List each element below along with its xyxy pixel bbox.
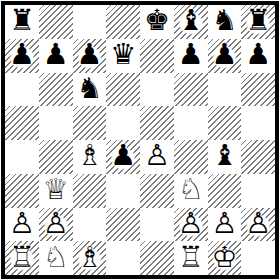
white-pawn: ♙ <box>144 141 170 170</box>
black-pawn: ♟ <box>178 40 204 69</box>
square-e8: ♚ <box>140 5 174 39</box>
square-h8: ♜ <box>241 5 275 39</box>
white-pawn: ♙ <box>211 209 237 238</box>
square-d7: ♛ <box>106 39 140 73</box>
square-d4: ♟ <box>106 140 140 174</box>
chess-board: ♜♚♝♞♜♟♟♟♛♟♟♟♞♗♟♙♝♕♘♙♙♙♙♙♖♘♗♖♔ <box>5 5 275 275</box>
square-d6 <box>106 73 140 107</box>
square-c1: ♗ <box>73 241 107 275</box>
black-knight: ♞ <box>211 6 237 35</box>
black-pawn: ♟ <box>211 40 237 69</box>
square-a4 <box>5 140 39 174</box>
square-h5 <box>241 106 275 140</box>
square-f2: ♙ <box>174 208 208 242</box>
square-e6 <box>140 73 174 107</box>
square-a1: ♖ <box>5 241 39 275</box>
square-b4 <box>39 140 73 174</box>
square-f3: ♘ <box>174 174 208 208</box>
square-c4: ♗ <box>73 140 107 174</box>
white-queen: ♕ <box>43 175 69 204</box>
square-f6 <box>174 73 208 107</box>
black-pawn: ♟ <box>9 40 35 69</box>
square-d1 <box>106 241 140 275</box>
square-a8: ♜ <box>5 5 39 39</box>
black-bishop: ♝ <box>211 141 237 170</box>
white-rook: ♖ <box>178 243 204 272</box>
square-b5 <box>39 106 73 140</box>
black-rook: ♜ <box>245 6 271 35</box>
board-frame: ♜♚♝♞♜♟♟♟♛♟♟♟♞♗♟♙♝♕♘♙♙♙♙♙♖♘♗♖♔ <box>1 1 279 279</box>
square-a6 <box>5 73 39 107</box>
square-e2 <box>140 208 174 242</box>
square-h4 <box>241 140 275 174</box>
square-c7: ♟ <box>73 39 107 73</box>
white-knight: ♘ <box>43 243 69 272</box>
black-pawn: ♟ <box>245 40 271 69</box>
square-f1: ♖ <box>174 241 208 275</box>
square-h6 <box>241 73 275 107</box>
square-e4: ♙ <box>140 140 174 174</box>
square-f4 <box>174 140 208 174</box>
diagram-stage: ♜♚♝♞♜♟♟♟♛♟♟♟♞♗♟♙♝♕♘♙♙♙♙♙♖♘♗♖♔ <box>0 0 280 280</box>
square-d5 <box>106 106 140 140</box>
square-g7: ♟ <box>208 39 242 73</box>
square-d3 <box>106 174 140 208</box>
square-b2: ♙ <box>39 208 73 242</box>
square-h2: ♙ <box>241 208 275 242</box>
white-pawn: ♙ <box>43 209 69 238</box>
square-b3: ♕ <box>39 174 73 208</box>
square-e5 <box>140 106 174 140</box>
white-king: ♔ <box>211 243 237 272</box>
square-c8 <box>73 5 107 39</box>
white-bishop: ♗ <box>76 141 102 170</box>
square-h1 <box>241 241 275 275</box>
white-pawn: ♙ <box>9 209 35 238</box>
square-a2: ♙ <box>5 208 39 242</box>
square-g5 <box>208 106 242 140</box>
square-b1: ♘ <box>39 241 73 275</box>
white-pawn: ♙ <box>178 209 204 238</box>
square-c5 <box>73 106 107 140</box>
square-f5 <box>174 106 208 140</box>
square-f7: ♟ <box>174 39 208 73</box>
black-bishop: ♝ <box>178 6 204 35</box>
black-pawn: ♟ <box>76 40 102 69</box>
square-e7 <box>140 39 174 73</box>
square-c3 <box>73 174 107 208</box>
square-a5 <box>5 106 39 140</box>
square-g6 <box>208 73 242 107</box>
white-rook: ♖ <box>9 243 35 272</box>
black-king: ♚ <box>144 6 170 35</box>
white-bishop: ♗ <box>76 243 102 272</box>
square-g2: ♙ <box>208 208 242 242</box>
square-a7: ♟ <box>5 39 39 73</box>
black-queen: ♛ <box>110 40 136 69</box>
square-b6 <box>39 73 73 107</box>
square-b7: ♟ <box>39 39 73 73</box>
black-pawn: ♟ <box>110 141 136 170</box>
square-e1 <box>140 241 174 275</box>
black-pawn: ♟ <box>43 40 69 69</box>
square-d2 <box>106 208 140 242</box>
square-g8: ♞ <box>208 5 242 39</box>
black-rook: ♜ <box>9 6 35 35</box>
black-knight: ♞ <box>76 74 102 103</box>
square-a3 <box>5 174 39 208</box>
square-c2 <box>73 208 107 242</box>
square-g4: ♝ <box>208 140 242 174</box>
white-pawn: ♙ <box>245 209 271 238</box>
square-d8 <box>106 5 140 39</box>
square-h7: ♟ <box>241 39 275 73</box>
square-c6: ♞ <box>73 73 107 107</box>
square-e3 <box>140 174 174 208</box>
square-h3 <box>241 174 275 208</box>
square-f8: ♝ <box>174 5 208 39</box>
square-g1: ♔ <box>208 241 242 275</box>
white-knight: ♘ <box>178 175 204 204</box>
square-b8 <box>39 5 73 39</box>
square-g3 <box>208 174 242 208</box>
